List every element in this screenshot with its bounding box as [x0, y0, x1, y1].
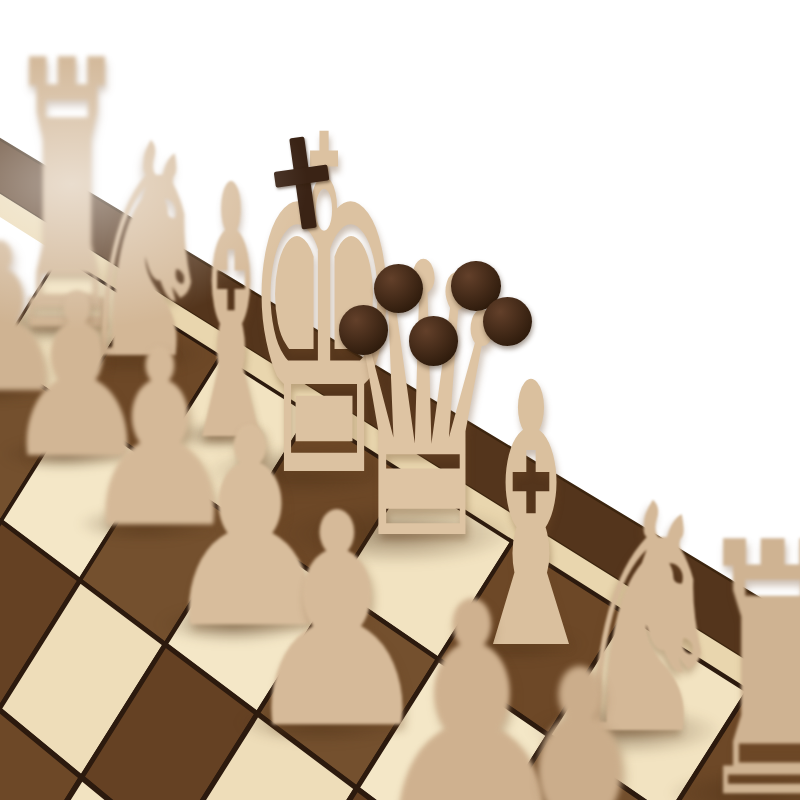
- piece-white-rook-f7: ♜: [709, 540, 800, 795]
- queen-crown-ball-2: [374, 264, 423, 313]
- piece-shadow: [633, 761, 800, 800]
- piece-white-rook-f0: ♜: [18, 59, 115, 329]
- queen-crown-ball-4: [451, 261, 500, 310]
- piece-shadow: [420, 618, 611, 668]
- queen-crown-ball-1: [339, 305, 388, 354]
- queen-crown-ball-3: [409, 316, 458, 365]
- piece-shadow: [230, 490, 564, 578]
- piece-white-bishop-f2: ♝: [193, 182, 270, 437]
- piece-shadow: [0, 431, 151, 477]
- piece-shadow: [127, 596, 340, 652]
- piece-shadow: [205, 693, 434, 753]
- chess-set-photo: ♜♞♝♚♛♝♞♜♟♟♟♟♟♟♟ Close-up photo of a carv…: [0, 0, 800, 800]
- piece-shadow: [50, 499, 239, 549]
- piece-shadow: [16, 324, 241, 383]
- queen-crown-ball-5: [483, 297, 532, 346]
- chess-pieces-layer: ♜♞♝♚♛♝♞♜♟♟♟♟♟♟♟: [0, 0, 800, 800]
- piece-shadow: [490, 695, 761, 766]
- cross-vertical-bar: [289, 136, 317, 229]
- king-cross-accent: [270, 134, 337, 239]
- cross-horizontal-bar: [274, 164, 330, 188]
